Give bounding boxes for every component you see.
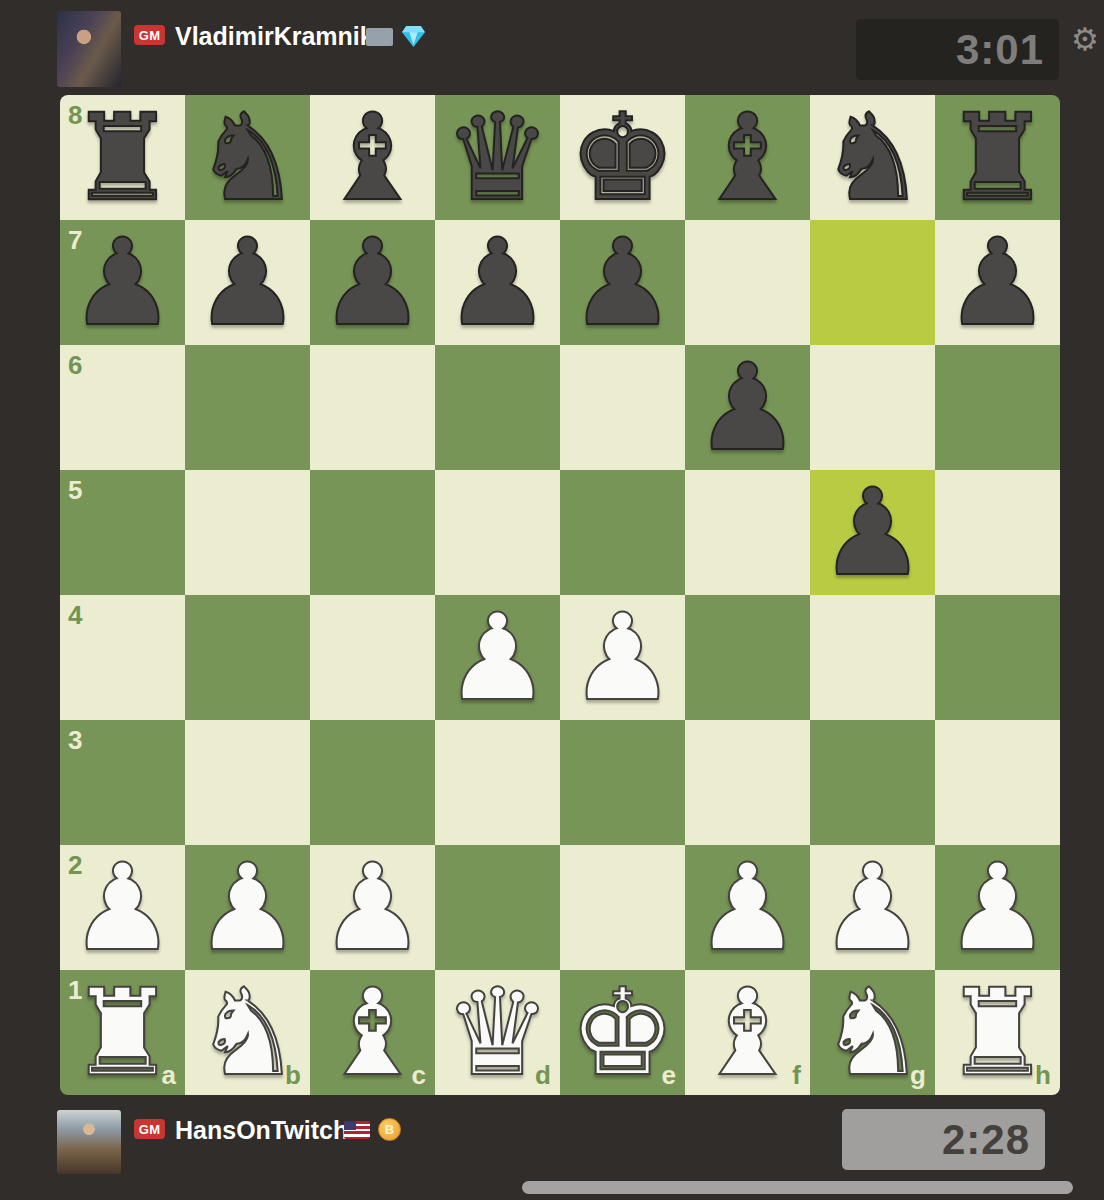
piece-black-pawn[interactable]: ♟ [560, 220, 685, 345]
gray-flag-icon [366, 28, 393, 46]
square-c4[interactable] [310, 595, 435, 720]
top-title-label: GM [139, 28, 161, 43]
square-e1[interactable]: e♚ [560, 970, 685, 1095]
square-d8[interactable]: ♛ [435, 95, 560, 220]
square-f8[interactable]: ♝ [685, 95, 810, 220]
piece-white-pawn[interactable]: ♟ [185, 845, 310, 970]
square-f2[interactable]: ♟ [685, 845, 810, 970]
top-clock-time: 3:01 [956, 26, 1044, 74]
square-h4[interactable] [935, 595, 1060, 720]
piece-black-knight[interactable]: ♞ [810, 95, 935, 220]
square-d2[interactable] [435, 845, 560, 970]
bottom-player-avatar[interactable] [57, 1110, 121, 1174]
bitcoin-icon: B [378, 1118, 401, 1141]
square-d6[interactable] [435, 345, 560, 470]
square-c7[interactable]: ♟ [310, 220, 435, 345]
square-f1[interactable]: f♝ [685, 970, 810, 1095]
file-label-f: f [792, 1060, 801, 1091]
square-b4[interactable] [185, 595, 310, 720]
square-a4[interactable]: 4 [60, 595, 185, 720]
square-c6[interactable] [310, 345, 435, 470]
square-g4[interactable] [810, 595, 935, 720]
square-g7[interactable] [810, 220, 935, 345]
square-f7[interactable] [685, 220, 810, 345]
rank-label-1: 1 [68, 975, 82, 1006]
square-h2[interactable]: ♟ [935, 845, 1060, 970]
piece-white-pawn[interactable]: ♟ [685, 845, 810, 970]
piece-black-bishop[interactable]: ♝ [685, 95, 810, 220]
square-a3[interactable]: 3 [60, 720, 185, 845]
square-g5[interactable]: ♟ [810, 470, 935, 595]
square-a5[interactable]: 5 [60, 470, 185, 595]
square-c1[interactable]: c♝ [310, 970, 435, 1095]
square-g8[interactable]: ♞ [810, 95, 935, 220]
piece-white-pawn[interactable]: ♟ [435, 595, 560, 720]
bottom-player-clock: 2:28 [842, 1109, 1045, 1170]
bottom-title-label: GM [139, 1122, 161, 1137]
square-g1[interactable]: g♞ [810, 970, 935, 1095]
file-label-h: h [1035, 1060, 1051, 1091]
settings-gear-icon[interactable]: ⚙ [1068, 19, 1102, 59]
square-f3[interactable] [685, 720, 810, 845]
piece-white-pawn[interactable]: ♟ [310, 845, 435, 970]
rank-label-2: 2 [68, 850, 82, 881]
piece-black-queen[interactable]: ♛ [435, 95, 560, 220]
piece-white-pawn[interactable]: ♟ [935, 845, 1060, 970]
square-a6[interactable]: 6 [60, 345, 185, 470]
square-f6[interactable]: ♟ [685, 345, 810, 470]
square-e8[interactable]: ♚ [560, 95, 685, 220]
square-g6[interactable] [810, 345, 935, 470]
square-d1[interactable]: d♛ [435, 970, 560, 1095]
piece-black-pawn[interactable]: ♟ [935, 220, 1060, 345]
square-h5[interactable] [935, 470, 1060, 595]
square-e4[interactable]: ♟ [560, 595, 685, 720]
square-b6[interactable] [185, 345, 310, 470]
square-b7[interactable]: ♟ [185, 220, 310, 345]
square-e3[interactable] [560, 720, 685, 845]
square-h7[interactable]: ♟ [935, 220, 1060, 345]
file-label-e: e [662, 1060, 676, 1091]
rank-label-8: 8 [68, 100, 82, 131]
piece-black-pawn[interactable]: ♟ [185, 220, 310, 345]
square-e7[interactable]: ♟ [560, 220, 685, 345]
file-label-c: c [412, 1060, 426, 1091]
chess-board[interactable]: 8♜♞♝♛♚♝♞♜7♟♟♟♟♟♟6♟5♟4♟♟32♟♟♟♟♟♟1a♜b♞c♝d♛… [60, 95, 1060, 1095]
square-f5[interactable] [685, 470, 810, 595]
game-screen: GM VladimirKramnik 3:01 ⚙ 8♜♞♝♛♚♝♞♜7♟♟♟♟… [0, 0, 1104, 1200]
square-d4[interactable]: ♟ [435, 595, 560, 720]
rank-label-4: 4 [68, 600, 82, 631]
square-a8[interactable]: 8♜ [60, 95, 185, 220]
bottom-clock-time: 2:28 [942, 1116, 1030, 1164]
us-flag-canton [344, 1121, 356, 1130]
piece-white-pawn[interactable]: ♟ [810, 845, 935, 970]
file-label-d: d [535, 1060, 551, 1091]
gear-glyph: ⚙ [1071, 21, 1099, 57]
file-label-g: g [910, 1060, 926, 1091]
square-d7[interactable]: ♟ [435, 220, 560, 345]
square-f4[interactable] [685, 595, 810, 720]
square-h6[interactable] [935, 345, 1060, 470]
top-player-name[interactable]: VladimirKramnik [175, 22, 374, 51]
piece-black-rook[interactable]: ♜ [935, 95, 1060, 220]
square-a2[interactable]: 2♟ [60, 845, 185, 970]
square-g3[interactable] [810, 720, 935, 845]
square-d3[interactable] [435, 720, 560, 845]
piece-black-pawn[interactable]: ♟ [810, 470, 935, 595]
square-b2[interactable]: ♟ [185, 845, 310, 970]
piece-black-knight[interactable]: ♞ [185, 95, 310, 220]
piece-black-pawn[interactable]: ♟ [685, 345, 810, 470]
square-e2[interactable] [560, 845, 685, 970]
square-h3[interactable] [935, 720, 1060, 845]
horizontal-scrollbar-thumb[interactable] [522, 1181, 1073, 1194]
rank-label-6: 6 [68, 350, 82, 381]
square-g2[interactable]: ♟ [810, 845, 935, 970]
top-player-title-badge: GM [134, 25, 165, 45]
piece-black-pawn[interactable]: ♟ [310, 220, 435, 345]
rank-label-5: 5 [68, 475, 82, 506]
square-c8[interactable]: ♝ [310, 95, 435, 220]
rank-label-3: 3 [68, 725, 82, 756]
square-a7[interactable]: 7♟ [60, 220, 185, 345]
square-b3[interactable] [185, 720, 310, 845]
piece-black-bishop[interactable]: ♝ [310, 95, 435, 220]
rank-label-7: 7 [68, 225, 82, 256]
square-d5[interactable] [435, 470, 560, 595]
top-player-avatar[interactable] [57, 11, 121, 87]
us-flag-icon [344, 1121, 370, 1139]
diamond-membership-icon [401, 25, 426, 48]
bottom-player-title-badge: GM [134, 1119, 165, 1139]
file-label-a: a [162, 1060, 176, 1091]
square-e6[interactable] [560, 345, 685, 470]
piece-white-bishop[interactable]: ♝ [685, 970, 810, 1095]
square-a1[interactable]: 1a♜ [60, 970, 185, 1095]
square-h8[interactable]: ♜ [935, 95, 1060, 220]
bottom-player-name[interactable]: HansOnTwitch [175, 1116, 348, 1145]
piece-black-pawn[interactable]: ♟ [435, 220, 560, 345]
square-b5[interactable] [185, 470, 310, 595]
bitcoin-glyph: B [385, 1122, 394, 1137]
square-c5[interactable] [310, 470, 435, 595]
piece-white-pawn[interactable]: ♟ [560, 595, 685, 720]
file-label-b: b [285, 1060, 301, 1091]
piece-black-king[interactable]: ♚ [560, 95, 685, 220]
square-c2[interactable]: ♟ [310, 845, 435, 970]
square-h1[interactable]: h♜ [935, 970, 1060, 1095]
square-e5[interactable] [560, 470, 685, 595]
square-b1[interactable]: b♞ [185, 970, 310, 1095]
square-b8[interactable]: ♞ [185, 95, 310, 220]
square-c3[interactable] [310, 720, 435, 845]
top-player-clock: 3:01 [856, 19, 1059, 80]
